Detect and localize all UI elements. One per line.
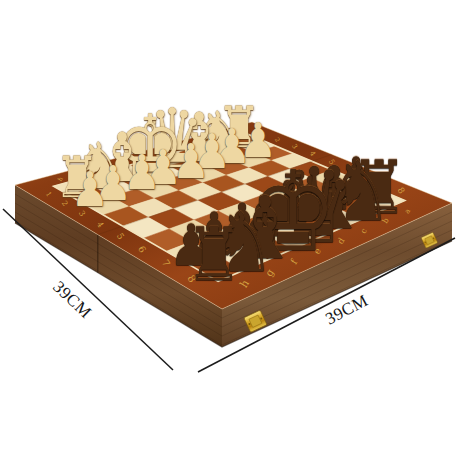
board-render: 1122334455667788aabbccddeeffgghh [0,0,465,465]
chess-set-product-photo: 1122334455667788aabbccddeeffgghh ♜♞♝♛♚♝♞… [0,0,465,465]
